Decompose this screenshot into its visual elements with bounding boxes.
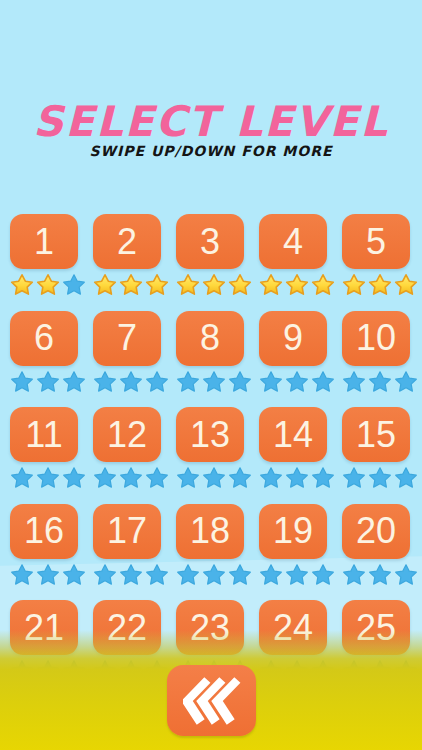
level-tile-19[interactable]: 19 xyxy=(259,504,327,559)
star-locked-icon xyxy=(342,370,366,393)
level-number: 16 xyxy=(24,513,64,549)
star-locked-icon xyxy=(259,370,283,393)
level-cell: 9 xyxy=(259,311,327,393)
level-number: 13 xyxy=(190,417,230,453)
level-stars xyxy=(176,370,252,393)
level-stars xyxy=(93,466,169,489)
star-locked-icon xyxy=(311,466,335,489)
level-cell: 17 xyxy=(93,504,161,586)
level-cell: 12 xyxy=(93,407,161,489)
level-stars xyxy=(93,370,169,393)
level-tile-10[interactable]: 10 xyxy=(342,311,410,366)
level-cell: 10 xyxy=(342,311,410,393)
page-subtitle: SWIPE UP/DOWN FOR MORE xyxy=(0,143,422,159)
star-earned-icon xyxy=(368,273,392,296)
star-locked-icon xyxy=(36,370,60,393)
level-cell: 18 xyxy=(176,504,244,586)
star-locked-icon xyxy=(176,370,200,393)
level-number: 9 xyxy=(283,320,303,356)
star-locked-icon xyxy=(145,370,169,393)
level-cell: 7 xyxy=(93,311,161,393)
level-tile-5[interactable]: 5 xyxy=(342,214,410,269)
level-stars xyxy=(10,466,86,489)
triple-chevron-left-icon xyxy=(183,676,241,726)
star-earned-icon xyxy=(119,273,143,296)
level-tile-20[interactable]: 20 xyxy=(342,504,410,559)
level-number: 18 xyxy=(190,513,230,549)
level-tile-3[interactable]: 3 xyxy=(176,214,244,269)
level-number: 3 xyxy=(200,224,220,260)
level-stars xyxy=(259,466,335,489)
level-stars xyxy=(342,273,418,296)
star-locked-icon xyxy=(145,563,169,586)
level-stars xyxy=(342,370,418,393)
level-cell: 4 xyxy=(259,214,327,296)
star-locked-icon xyxy=(10,370,34,393)
star-earned-icon xyxy=(93,273,117,296)
level-number: 20 xyxy=(356,513,396,549)
level-cell: 14 xyxy=(259,407,327,489)
level-tile-13[interactable]: 13 xyxy=(176,407,244,462)
level-cell: 13 xyxy=(176,407,244,489)
star-locked-icon xyxy=(285,370,309,393)
level-tile-1[interactable]: 1 xyxy=(10,214,78,269)
star-locked-icon xyxy=(342,466,366,489)
star-earned-icon xyxy=(228,273,252,296)
star-locked-icon xyxy=(342,563,366,586)
level-tile-9[interactable]: 9 xyxy=(259,311,327,366)
level-number: 6 xyxy=(34,320,54,356)
level-cell: 20 xyxy=(342,504,410,586)
star-locked-icon xyxy=(259,563,283,586)
star-locked-icon xyxy=(176,466,200,489)
level-stars xyxy=(176,273,252,296)
level-stars xyxy=(93,563,169,586)
level-stars xyxy=(342,563,418,586)
star-locked-icon xyxy=(176,563,200,586)
level-cell: 6 xyxy=(10,311,78,393)
level-number: 17 xyxy=(107,513,147,549)
star-locked-icon xyxy=(62,273,86,296)
star-locked-icon xyxy=(368,563,392,586)
level-number: 15 xyxy=(356,417,396,453)
star-earned-icon xyxy=(311,273,335,296)
level-cell: 1 xyxy=(10,214,78,296)
star-locked-icon xyxy=(202,370,226,393)
level-stars xyxy=(93,273,169,296)
level-cell: 16 xyxy=(10,504,78,586)
star-locked-icon xyxy=(202,466,226,489)
level-tile-4[interactable]: 4 xyxy=(259,214,327,269)
level-tile-12[interactable]: 12 xyxy=(93,407,161,462)
star-locked-icon xyxy=(10,563,34,586)
level-stars xyxy=(10,563,86,586)
level-stars xyxy=(259,563,335,586)
star-locked-icon xyxy=(119,370,143,393)
star-earned-icon xyxy=(145,273,169,296)
star-earned-icon xyxy=(342,273,366,296)
star-locked-icon xyxy=(93,563,117,586)
level-cell: 11 xyxy=(10,407,78,489)
star-earned-icon xyxy=(285,273,309,296)
star-locked-icon xyxy=(259,466,283,489)
level-tile-8[interactable]: 8 xyxy=(176,311,244,366)
star-earned-icon xyxy=(10,273,34,296)
star-locked-icon xyxy=(394,370,418,393)
level-number: 8 xyxy=(200,320,220,356)
star-locked-icon xyxy=(202,563,226,586)
star-locked-icon xyxy=(394,466,418,489)
star-locked-icon xyxy=(119,466,143,489)
level-number: 2 xyxy=(117,224,137,260)
level-tile-15[interactable]: 15 xyxy=(342,407,410,462)
level-cell: 15 xyxy=(342,407,410,489)
level-stars xyxy=(176,466,252,489)
star-locked-icon xyxy=(93,466,117,489)
level-tile-14[interactable]: 14 xyxy=(259,407,327,462)
level-select-screen: SELECT LEVEL SWIPE UP/DOWN FOR MORE 1234… xyxy=(0,0,422,750)
level-tile-17[interactable]: 17 xyxy=(93,504,161,559)
star-locked-icon xyxy=(62,563,86,586)
level-stars xyxy=(259,370,335,393)
star-locked-icon xyxy=(368,466,392,489)
level-stars xyxy=(10,273,86,296)
level-number: 12 xyxy=(107,417,147,453)
star-earned-icon xyxy=(202,273,226,296)
level-number: 7 xyxy=(117,320,137,356)
star-locked-icon xyxy=(311,370,335,393)
level-cell: 2 xyxy=(93,214,161,296)
level-cell: 5 xyxy=(342,214,410,296)
star-locked-icon xyxy=(119,563,143,586)
star-earned-icon xyxy=(36,273,60,296)
star-locked-icon xyxy=(285,466,309,489)
level-tile-11[interactable]: 11 xyxy=(10,407,78,462)
star-earned-icon xyxy=(394,273,418,296)
back-button[interactable] xyxy=(167,665,256,736)
level-number: 10 xyxy=(356,320,396,356)
level-tile-18[interactable]: 18 xyxy=(176,504,244,559)
level-cell: 19 xyxy=(259,504,327,586)
level-number: 14 xyxy=(273,417,313,453)
level-tile-2[interactable]: 2 xyxy=(93,214,161,269)
level-stars xyxy=(176,563,252,586)
level-grid: 1234567891011121314151617181920212223242… xyxy=(10,214,410,682)
level-tile-6[interactable]: 6 xyxy=(10,311,78,366)
level-number: 11 xyxy=(25,417,62,453)
star-locked-icon xyxy=(10,466,34,489)
star-locked-icon xyxy=(311,563,335,586)
level-number: 1 xyxy=(34,224,54,260)
star-locked-icon xyxy=(394,563,418,586)
star-locked-icon xyxy=(36,563,60,586)
star-locked-icon xyxy=(228,466,252,489)
star-locked-icon xyxy=(285,563,309,586)
star-locked-icon xyxy=(62,370,86,393)
level-tile-16[interactable]: 16 xyxy=(10,504,78,559)
star-locked-icon xyxy=(36,466,60,489)
star-locked-icon xyxy=(368,370,392,393)
level-stars xyxy=(259,273,335,296)
star-locked-icon xyxy=(145,466,169,489)
level-tile-7[interactable]: 7 xyxy=(93,311,161,366)
level-stars xyxy=(342,466,418,489)
star-locked-icon xyxy=(228,370,252,393)
level-cell: 8 xyxy=(176,311,244,393)
level-stars xyxy=(10,370,86,393)
level-cell: 3 xyxy=(176,214,244,296)
level-number: 19 xyxy=(273,513,313,549)
star-locked-icon xyxy=(62,466,86,489)
level-number: 4 xyxy=(283,224,303,260)
star-locked-icon xyxy=(93,370,117,393)
level-number: 5 xyxy=(366,224,386,260)
star-earned-icon xyxy=(176,273,200,296)
star-earned-icon xyxy=(259,273,283,296)
page-title: SELECT LEVEL xyxy=(0,97,422,146)
star-locked-icon xyxy=(228,563,252,586)
